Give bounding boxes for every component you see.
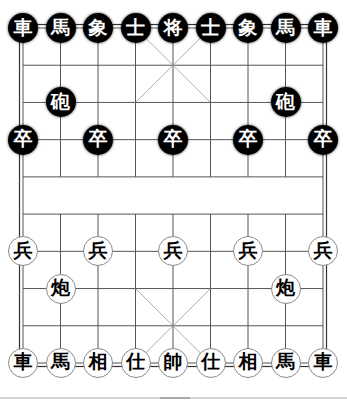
piece-white-elephant[interactable]: 相: [233, 348, 263, 378]
piece-glyph: 炮: [276, 278, 295, 297]
piece-black-elephant[interactable]: 象: [83, 13, 113, 43]
piece-glyph: 象: [239, 18, 258, 37]
piece-glyph: 卒: [314, 129, 333, 148]
piece-black-advisor[interactable]: 士: [121, 13, 151, 43]
scrollbar-thumb[interactable]: [160, 397, 190, 399]
piece-black-chariot[interactable]: 車: [308, 13, 338, 43]
piece-black-horse[interactable]: 馬: [271, 13, 301, 43]
piece-glyph: 仕: [126, 352, 145, 371]
piece-black-cannon[interactable]: 砲: [46, 87, 76, 117]
piece-black-soldier[interactable]: 卒: [158, 125, 188, 155]
piece-glyph: 馬: [276, 18, 295, 37]
piece-black-soldier[interactable]: 卒: [83, 125, 113, 155]
piece-glyph: 将: [164, 18, 183, 37]
piece-white-advisor[interactable]: 仕: [196, 348, 226, 378]
piece-glyph: 兵: [314, 241, 333, 260]
piece-white-chariot[interactable]: 車: [8, 348, 38, 378]
piece-black-horse[interactable]: 馬: [46, 13, 76, 43]
piece-glyph: 馬: [276, 352, 295, 371]
piece-black-elephant[interactable]: 象: [233, 13, 263, 43]
piece-black-soldier[interactable]: 卒: [8, 125, 38, 155]
board-grid: [0, 0, 347, 400]
piece-glyph: 相: [239, 352, 258, 371]
piece-glyph: 卒: [14, 129, 33, 148]
piece-glyph: 卒: [164, 129, 183, 148]
piece-glyph: 馬: [51, 352, 70, 371]
piece-glyph: 車: [314, 18, 333, 37]
window-bottom-edge: [0, 397, 347, 399]
piece-black-advisor[interactable]: 士: [196, 13, 226, 43]
piece-glyph: 士: [201, 18, 220, 37]
file-lines-inner: [61, 28, 286, 363]
piece-glyph: 相: [89, 352, 108, 371]
piece-black-soldier[interactable]: 卒: [233, 125, 263, 155]
piece-black-general[interactable]: 将: [158, 13, 188, 43]
piece-glyph: 士: [126, 18, 145, 37]
piece-white-horse[interactable]: 馬: [271, 348, 301, 378]
piece-white-advisor[interactable]: 仕: [121, 348, 151, 378]
piece-glyph: 兵: [89, 241, 108, 260]
piece-glyph: 兵: [239, 241, 258, 260]
piece-black-chariot[interactable]: 車: [8, 13, 38, 43]
piece-glyph: 帥: [164, 352, 183, 371]
piece-black-soldier[interactable]: 卒: [308, 125, 338, 155]
piece-white-chariot[interactable]: 車: [308, 348, 338, 378]
piece-glyph: 兵: [14, 241, 33, 260]
piece-glyph: 仕: [201, 352, 220, 371]
piece-glyph: 車: [14, 352, 33, 371]
piece-glyph: 砲: [51, 92, 70, 111]
piece-black-cannon[interactable]: 砲: [271, 87, 301, 117]
piece-glyph: 卒: [239, 129, 258, 148]
piece-glyph: 兵: [164, 241, 183, 260]
xiangqi-board: 車馬象士将士象馬車砲砲卒卒卒卒卒兵兵兵兵兵炮炮車馬相仕帥仕相馬車: [0, 0, 347, 400]
piece-glyph: 車: [314, 352, 333, 371]
piece-glyph: 馬: [51, 18, 70, 37]
piece-glyph: 車: [14, 18, 33, 37]
piece-white-cannon[interactable]: 炮: [46, 274, 76, 304]
piece-glyph: 卒: [89, 129, 108, 148]
piece-white-general[interactable]: 帥: [158, 348, 188, 378]
piece-glyph: 砲: [276, 92, 295, 111]
piece-glyph: 炮: [51, 278, 70, 297]
piece-white-cannon[interactable]: 炮: [271, 274, 301, 304]
piece-white-horse[interactable]: 馬: [46, 348, 76, 378]
piece-glyph: 象: [89, 18, 108, 37]
piece-white-elephant[interactable]: 相: [83, 348, 113, 378]
